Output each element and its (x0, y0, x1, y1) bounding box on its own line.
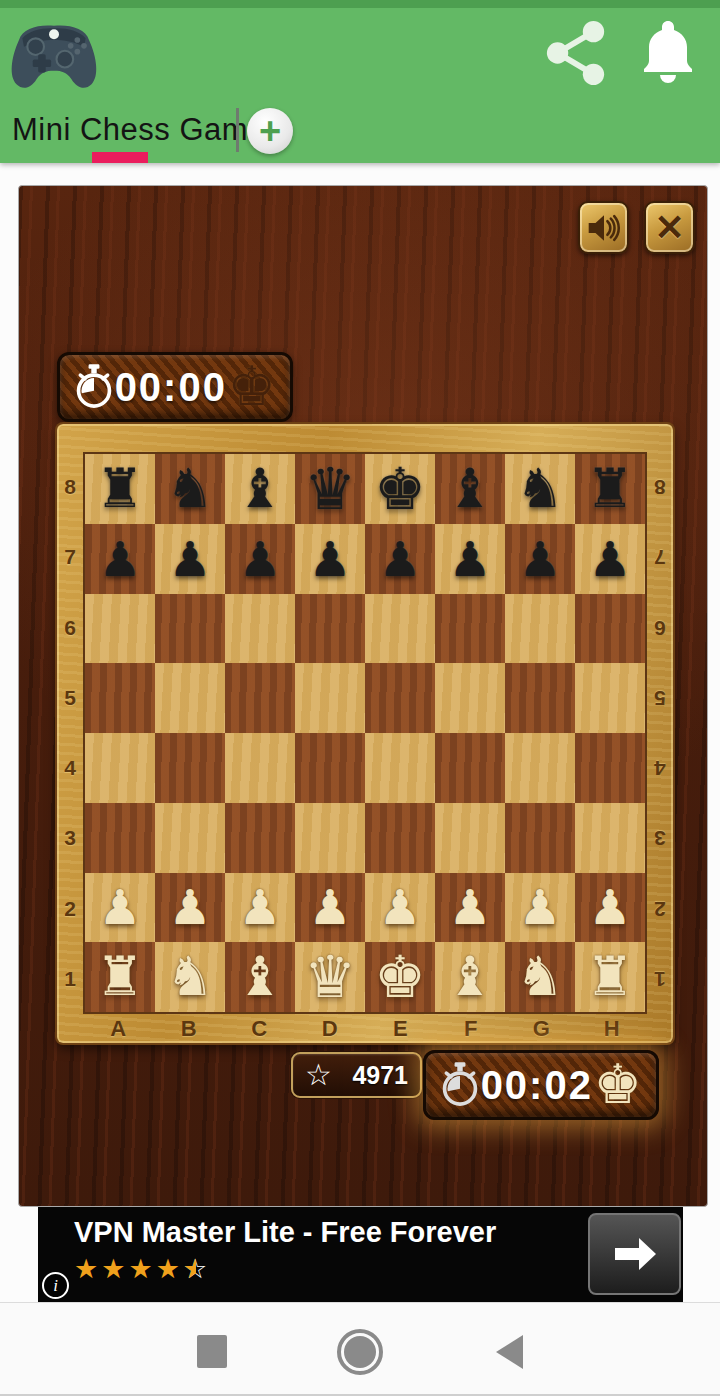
rank-label-3-left: 3 (57, 803, 83, 873)
white-piece-r: ♜ (96, 950, 144, 1004)
status-bar (0, 0, 720, 8)
square-h7[interactable]: ♟ (575, 524, 645, 594)
arrow-right-icon (611, 1233, 659, 1275)
square-e7[interactable]: ♟ (365, 524, 435, 594)
black-piece-n: ♞ (166, 462, 214, 516)
square-d8[interactable]: ♛ (295, 454, 365, 524)
score-value: 4971 (352, 1061, 408, 1090)
square-b8[interactable]: ♞ (155, 454, 225, 524)
square-g3[interactable] (505, 803, 575, 873)
square-a6[interactable] (85, 594, 155, 664)
app-header: Mini Chess Game + (0, 0, 720, 163)
square-b3[interactable] (155, 803, 225, 873)
square-f8[interactable]: ♝ (435, 454, 505, 524)
square-e2[interactable]: ♟ (365, 873, 435, 943)
sound-button[interactable] (578, 201, 629, 254)
android-navbar (0, 1302, 720, 1396)
square-d3[interactable] (295, 803, 365, 873)
chess-board: ♜♞♝♛♚♝♞♜♟♟♟♟♟♟♟♟♟♟♟♟♟♟♟♟♜♞♝♛♚♝♞♜ 8877665… (57, 424, 673, 1043)
black-piece-p: ♟ (518, 535, 561, 583)
file-label-f: F (436, 1014, 507, 1043)
score-panel: ☆ 4971 (291, 1052, 422, 1098)
white-piece-q: ♛ (304, 948, 356, 1006)
star-full-icon: ★ (128, 1255, 152, 1282)
square-e8[interactable]: ♚ (365, 454, 435, 524)
bell-icon[interactable] (638, 16, 698, 86)
square-c2[interactable]: ♟ (225, 873, 295, 943)
white-piece-p: ♟ (238, 883, 281, 931)
white-piece-p: ♟ (448, 883, 491, 931)
file-label-g: G (506, 1014, 577, 1043)
home-button[interactable] (337, 1329, 383, 1375)
square-e1[interactable]: ♚ (365, 942, 435, 1012)
black-piece-p: ♟ (378, 535, 421, 583)
square-a2[interactable]: ♟ (85, 873, 155, 943)
rank-label-2-right: 2 (647, 874, 673, 944)
close-icon: ✕ (654, 207, 684, 249)
square-c5[interactable] (225, 663, 295, 733)
star-full-icon: ★ (74, 1255, 98, 1282)
black-timer-value: 00:00 (114, 365, 228, 410)
stopwatch-icon (74, 364, 114, 410)
board-playing-area: ♜♞♝♛♚♝♞♜♟♟♟♟♟♟♟♟♟♟♟♟♟♟♟♟♜♞♝♛♚♝♞♜ (83, 452, 647, 1014)
black-piece-b: ♝ (236, 462, 284, 516)
file-label-c: C (224, 1014, 295, 1043)
ad-cta-button[interactable] (588, 1213, 681, 1295)
rank-label-5-right: 5 (647, 663, 673, 733)
white-piece-n: ♞ (516, 950, 564, 1004)
square-f1[interactable]: ♝ (435, 942, 505, 1012)
file-label-d: D (295, 1014, 366, 1043)
black-king-icon: ♚ (228, 360, 276, 414)
square-b2[interactable]: ♟ (155, 873, 225, 943)
close-button[interactable]: ✕ (644, 201, 695, 254)
square-b1[interactable]: ♞ (155, 942, 225, 1012)
square-e4[interactable] (365, 733, 435, 803)
black-piece-p: ♟ (448, 535, 491, 583)
star-full-icon: ★ (156, 1255, 180, 1282)
rank-label-4-right: 4 (647, 733, 673, 803)
divider (236, 108, 239, 152)
gamepad-icon (4, 10, 104, 100)
star-half-icon: ☆★ (183, 1255, 207, 1282)
square-g8[interactable]: ♞ (505, 454, 575, 524)
white-piece-p: ♟ (168, 883, 211, 931)
rank-label-7-left: 7 (57, 522, 83, 592)
square-f5[interactable] (435, 663, 505, 733)
square-b4[interactable] (155, 733, 225, 803)
ad-banner[interactable]: VPN Master Lite - Free Forever ★★★★☆★ i (38, 1207, 683, 1302)
white-piece-p: ♟ (518, 883, 561, 931)
black-piece-b: ♝ (446, 462, 494, 516)
square-g7[interactable]: ♟ (505, 524, 575, 594)
stopwatch-icon (440, 1062, 480, 1108)
white-piece-p: ♟ (378, 883, 421, 931)
square-f2[interactable]: ♟ (435, 873, 505, 943)
white-piece-p: ♟ (308, 883, 351, 931)
black-piece-k: ♚ (374, 460, 426, 518)
square-h5[interactable] (575, 663, 645, 733)
square-h2[interactable]: ♟ (575, 873, 645, 943)
square-c6[interactable] (225, 594, 295, 664)
square-d2[interactable]: ♟ (295, 873, 365, 943)
white-player-timer: 00:02 ♚ (423, 1050, 659, 1120)
square-d4[interactable] (295, 733, 365, 803)
square-a3[interactable] (85, 803, 155, 873)
tab-indicator (92, 152, 148, 163)
white-piece-b: ♝ (236, 950, 284, 1004)
board-grid: ♜♞♝♛♚♝♞♜♟♟♟♟♟♟♟♟♟♟♟♟♟♟♟♟♜♞♝♛♚♝♞♜ (85, 454, 645, 1012)
square-d7[interactable]: ♟ (295, 524, 365, 594)
star-full-icon: ★ (101, 1255, 125, 1282)
white-piece-p: ♟ (98, 883, 141, 931)
square-g5[interactable] (505, 663, 575, 733)
square-f3[interactable] (435, 803, 505, 873)
square-d5[interactable] (295, 663, 365, 733)
square-h6[interactable] (575, 594, 645, 664)
white-king-icon: ♚ (594, 1058, 642, 1112)
rank-label-6-left: 6 (57, 593, 83, 663)
square-h4[interactable] (575, 733, 645, 803)
rank-label-8-right: 8 (647, 452, 673, 522)
square-c3[interactable] (225, 803, 295, 873)
file-label-a: A (83, 1014, 154, 1043)
square-f7[interactable]: ♟ (435, 524, 505, 594)
ad-rating-stars: ★★★★☆★ (74, 1255, 207, 1282)
black-piece-p: ♟ (98, 535, 141, 583)
rank-label-7-right: 7 (647, 522, 673, 592)
add-tab-button[interactable]: + (247, 108, 293, 154)
rank-label-5-left: 5 (57, 663, 83, 733)
square-h3[interactable] (575, 803, 645, 873)
file-label-h: H (577, 1014, 648, 1043)
square-f6[interactable] (435, 594, 505, 664)
app-screen: Mini Chess Game + ✕ 00:00 ♚ ♜♞♝♛♚♝♞♜♟♟♟♟… (0, 0, 720, 1396)
rank-label-3-right: 3 (647, 803, 673, 873)
black-piece-n: ♞ (516, 462, 564, 516)
square-d6[interactable] (295, 594, 365, 664)
file-label-e: E (365, 1014, 436, 1043)
star-icon: ☆ (305, 1060, 332, 1090)
square-g4[interactable] (505, 733, 575, 803)
rank-label-6-right: 6 (647, 593, 673, 663)
square-g2[interactable]: ♟ (505, 873, 575, 943)
square-g1[interactable]: ♞ (505, 942, 575, 1012)
square-a8[interactable]: ♜ (85, 454, 155, 524)
square-h1[interactable]: ♜ (575, 942, 645, 1012)
black-piece-p: ♟ (168, 535, 211, 583)
speaker-icon (587, 213, 621, 243)
square-b7[interactable]: ♟ (155, 524, 225, 594)
black-player-timer: 00:00 ♚ (57, 352, 293, 422)
square-f4[interactable] (435, 733, 505, 803)
share-icon[interactable] (542, 18, 610, 88)
square-b6[interactable] (155, 594, 225, 664)
black-piece-p: ♟ (588, 535, 631, 583)
white-piece-k: ♚ (374, 948, 426, 1006)
black-piece-p: ♟ (308, 535, 351, 583)
rank-label-1-right: 1 (647, 944, 673, 1014)
square-c7[interactable]: ♟ (225, 524, 295, 594)
rank-label-2-left: 2 (57, 874, 83, 944)
ad-title: VPN Master Lite - Free Forever (74, 1216, 496, 1249)
rank-label-1-left: 1 (57, 944, 83, 1014)
square-a5[interactable] (85, 663, 155, 733)
square-h8[interactable]: ♜ (575, 454, 645, 524)
white-piece-n: ♞ (166, 950, 214, 1004)
page-title[interactable]: Mini Chess Game (12, 106, 266, 154)
square-g6[interactable] (505, 594, 575, 664)
square-c8[interactable]: ♝ (225, 454, 295, 524)
black-piece-r: ♜ (96, 462, 144, 516)
square-a7[interactable]: ♟ (85, 524, 155, 594)
white-piece-p: ♟ (588, 883, 631, 931)
rank-label-8-left: 8 (57, 452, 83, 522)
white-piece-r: ♜ (586, 950, 634, 1004)
home-icon (344, 1336, 376, 1368)
square-e5[interactable] (365, 663, 435, 733)
square-a4[interactable] (85, 733, 155, 803)
square-a1[interactable]: ♜ (85, 942, 155, 1012)
back-button[interactable] (496, 1335, 523, 1369)
square-c4[interactable] (225, 733, 295, 803)
black-piece-p: ♟ (238, 535, 281, 583)
recents-button[interactable] (197, 1335, 227, 1368)
file-label-b: B (154, 1014, 225, 1043)
black-piece-q: ♛ (304, 460, 356, 518)
ad-info-icon[interactable]: i (42, 1272, 69, 1299)
rank-label-4-left: 4 (57, 733, 83, 803)
square-b5[interactable] (155, 663, 225, 733)
square-e3[interactable] (365, 803, 435, 873)
square-d1[interactable]: ♛ (295, 942, 365, 1012)
white-piece-b: ♝ (446, 950, 494, 1004)
square-e6[interactable] (365, 594, 435, 664)
black-piece-r: ♜ (586, 462, 634, 516)
square-c1[interactable]: ♝ (225, 942, 295, 1012)
white-timer-value: 00:02 (480, 1063, 594, 1108)
